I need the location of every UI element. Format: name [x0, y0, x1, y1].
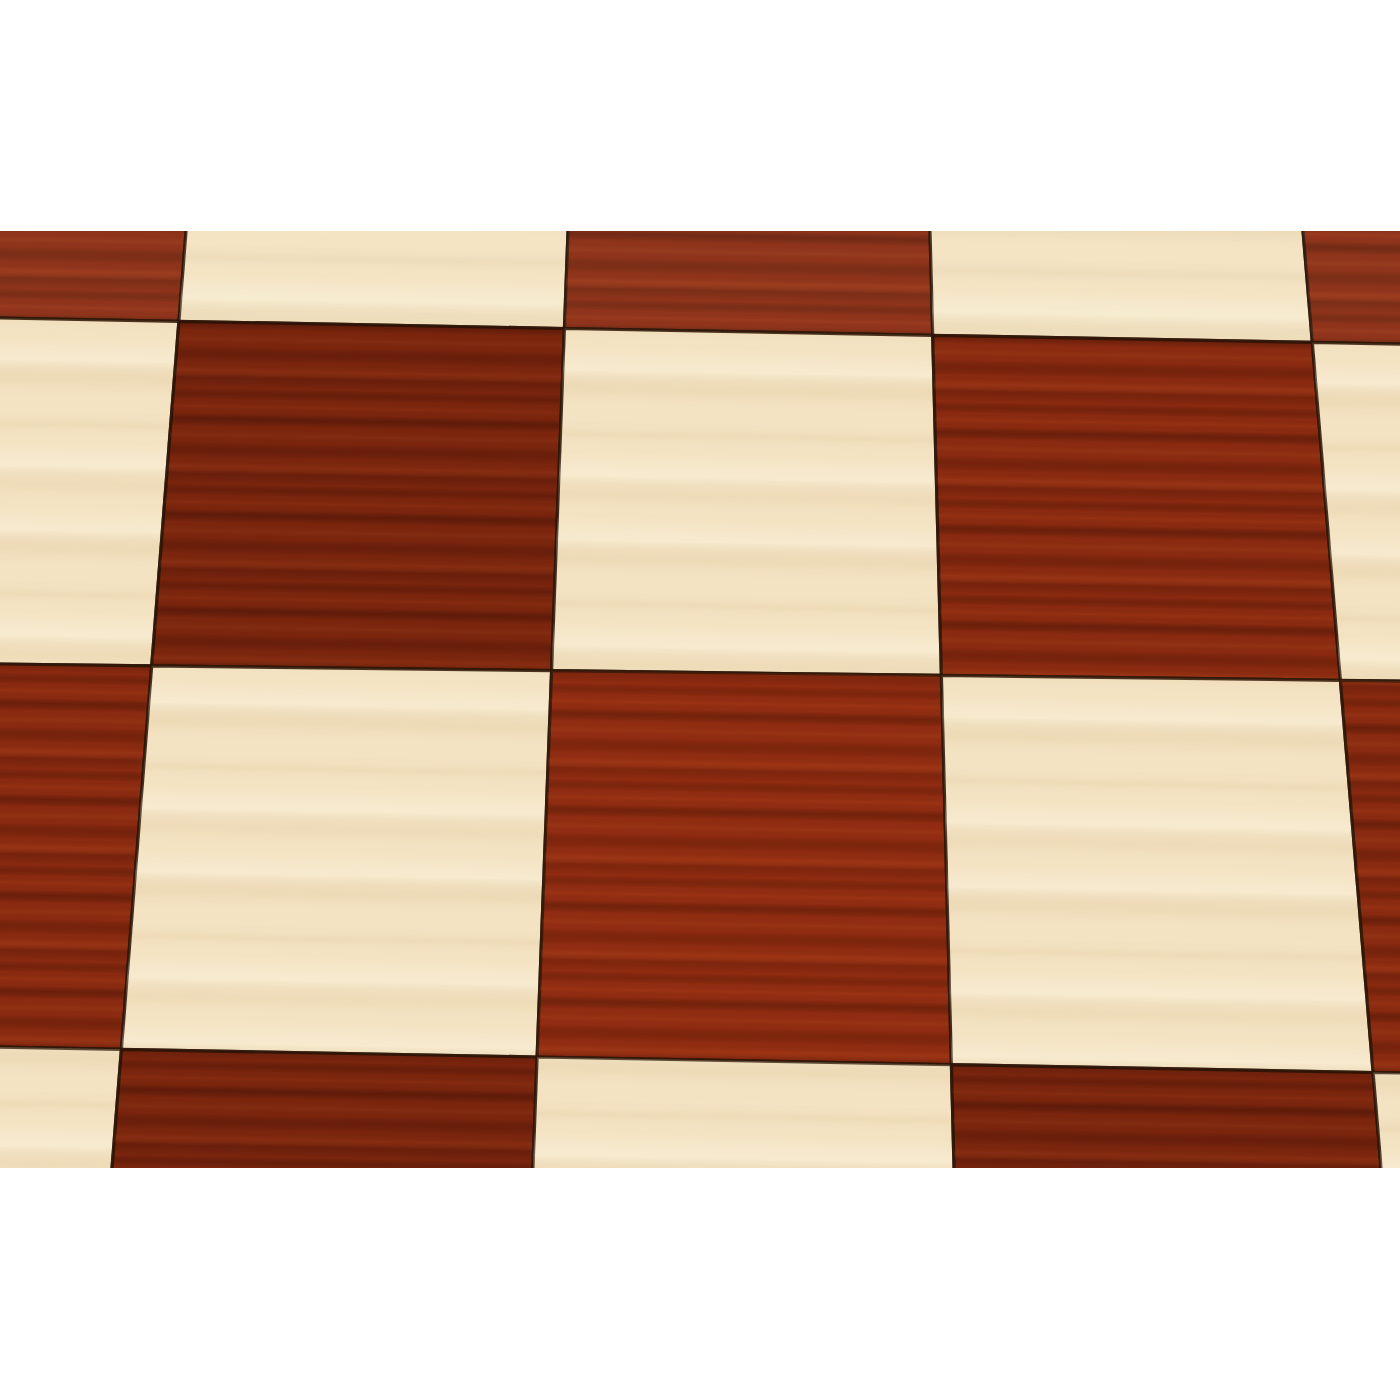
square-shade-r3c2: [537, 671, 951, 1065]
square-grain-r3c3: [941, 675, 1373, 1072]
chessboard-photo: [0, 0, 1400, 1400]
square-grain-r2c0: [0, 313, 179, 666]
square-grain-r2c2: [552, 329, 942, 676]
square-grain-r3c1: [121, 666, 551, 1057]
square-shade-r2c1: [152, 321, 565, 670]
square-grain-r2c3: [933, 335, 1341, 680]
product-photo: [0, 0, 1400, 1400]
